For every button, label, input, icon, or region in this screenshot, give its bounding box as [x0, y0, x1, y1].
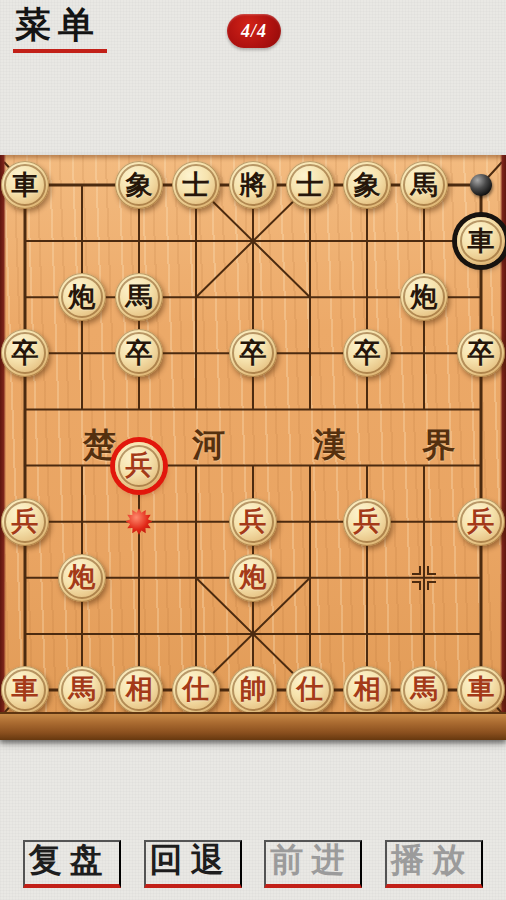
- piece-black-士[interactable]: 士: [172, 161, 220, 209]
- piece-label: 兵: [12, 508, 39, 535]
- step-forward-button[interactable]: 前进: [264, 840, 362, 888]
- piece-label: 卒: [126, 340, 153, 367]
- piece-label: 車: [12, 676, 39, 703]
- piece-red-兵[interactable]: 兵: [229, 498, 277, 546]
- piece-black-炮[interactable]: 炮: [58, 273, 106, 321]
- piece-label: 仕: [297, 676, 324, 703]
- piece-label: 車: [468, 676, 495, 703]
- piece-label: 兵: [468, 508, 495, 535]
- piece-label: 卒: [468, 340, 495, 367]
- piece-black-卒[interactable]: 卒: [115, 329, 163, 377]
- app-screen: 菜单 4/4 楚 河 漢 界 車象士將士象馬車炮馬炮卒卒卒卒卒兵兵兵兵兵炮炮車馬…: [0, 0, 506, 900]
- piece-label: 卒: [12, 340, 39, 367]
- piece-label: 馬: [411, 172, 438, 199]
- piece-label: 仕: [183, 676, 210, 703]
- piece-red-車[interactable]: 車: [457, 666, 505, 714]
- footer-controls: 复盘 回退 前进 播放: [0, 840, 506, 888]
- river-label-chu-he: 楚 河: [83, 423, 259, 468]
- piece-label: 炮: [69, 564, 96, 591]
- board-bottom-bezel: [0, 712, 506, 740]
- piece-label: 士: [297, 172, 324, 199]
- piece-red-兵[interactable]: 兵: [115, 442, 163, 490]
- replay-button[interactable]: 复盘: [23, 840, 121, 888]
- piece-label: 兵: [240, 508, 267, 535]
- piece-label: 帥: [240, 676, 267, 703]
- piece-red-炮[interactable]: 炮: [58, 554, 106, 602]
- piece-label: 卒: [240, 340, 267, 367]
- piece-label: 炮: [411, 284, 438, 311]
- piece-red-馬[interactable]: 馬: [58, 666, 106, 714]
- menu-button[interactable]: 菜单: [13, 6, 107, 53]
- move-counter-badge: 4/4: [227, 14, 281, 48]
- piece-label: 兵: [354, 508, 381, 535]
- piece-label: 相: [354, 676, 381, 703]
- piece-red-炮[interactable]: 炮: [229, 554, 277, 602]
- piece-label: 相: [126, 676, 153, 703]
- piece-label: 象: [126, 172, 153, 199]
- piece-label: 卒: [354, 340, 381, 367]
- piece-black-炮[interactable]: 炮: [400, 273, 448, 321]
- piece-red-馬[interactable]: 馬: [400, 666, 448, 714]
- piece-red-車[interactable]: 車: [1, 666, 49, 714]
- piece-red-帥[interactable]: 帥: [229, 666, 277, 714]
- piece-black-卒[interactable]: 卒: [229, 329, 277, 377]
- piece-black-馬[interactable]: 馬: [400, 161, 448, 209]
- piece-label: 士: [183, 172, 210, 199]
- piece-label: 車: [12, 172, 39, 199]
- piece-black-卒[interactable]: 卒: [457, 329, 505, 377]
- piece-red-仕[interactable]: 仕: [286, 666, 334, 714]
- piece-red-仕[interactable]: 仕: [172, 666, 220, 714]
- piece-red-相[interactable]: 相: [343, 666, 391, 714]
- piece-label: 兵: [126, 452, 153, 479]
- piece-label: 炮: [69, 284, 96, 311]
- point-marker: [412, 566, 436, 590]
- step-back-button[interactable]: 回退: [144, 840, 242, 888]
- piece-black-象[interactable]: 象: [115, 161, 163, 209]
- river-label-han-jie: 漢 界: [313, 423, 489, 468]
- piece-black-士[interactable]: 士: [286, 161, 334, 209]
- piece-black-象[interactable]: 象: [343, 161, 391, 209]
- piece-red-兵[interactable]: 兵: [343, 498, 391, 546]
- piece-red-兵[interactable]: 兵: [457, 498, 505, 546]
- piece-black-卒[interactable]: 卒: [343, 329, 391, 377]
- piece-black-馬[interactable]: 馬: [115, 273, 163, 321]
- piece-label: 馬: [69, 676, 96, 703]
- piece-black-車[interactable]: 車: [457, 217, 505, 265]
- piece-red-兵[interactable]: 兵: [1, 498, 49, 546]
- piece-label: 馬: [411, 676, 438, 703]
- piece-label: 將: [240, 172, 267, 199]
- piece-black-卒[interactable]: 卒: [1, 329, 49, 377]
- board-left-edge: [0, 155, 6, 712]
- piece-label: 象: [354, 172, 381, 199]
- last-move-origin-black: [470, 174, 492, 196]
- xiangqi-board: 楚 河 漢 界 車象士將士象馬車炮馬炮卒卒卒卒卒兵兵兵兵兵炮炮車馬相仕帥仕相馬車: [0, 155, 506, 740]
- play-button[interactable]: 播放: [385, 840, 483, 888]
- piece-red-相[interactable]: 相: [115, 666, 163, 714]
- piece-black-車[interactable]: 車: [1, 161, 49, 209]
- piece-label: 炮: [240, 564, 267, 591]
- piece-black-將[interactable]: 將: [229, 161, 277, 209]
- piece-label: 馬: [126, 284, 153, 311]
- piece-label: 車: [468, 228, 495, 255]
